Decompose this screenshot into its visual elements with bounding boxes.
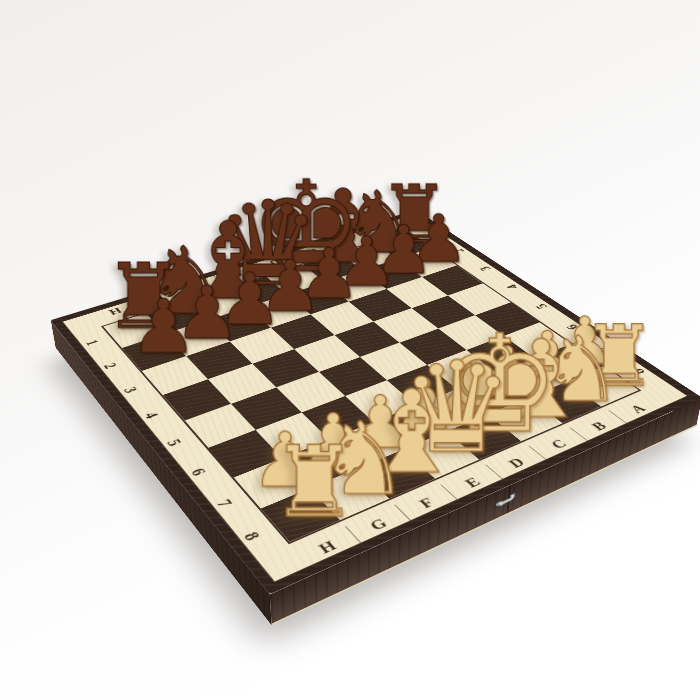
photo-backdrop: HGFEDCBA HGFEDCBA 12345678 12345678 ♜♞♝♛… — [0, 0, 700, 700]
chessboard-scene: HGFEDCBA HGFEDCBA 12345678 12345678 ♜♞♝♛… — [50, 210, 700, 595]
piece-dark-pawn[interactable]: ♟ — [130, 291, 197, 362]
chessboard: HGFEDCBA HGFEDCBA 12345678 12345678 ♜♞♝♛… — [50, 210, 700, 595]
piece-light-rook[interactable]: ♜ — [271, 436, 359, 529]
